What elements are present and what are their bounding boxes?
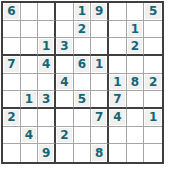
cell-r1c7[interactable] bbox=[109, 3, 127, 21]
cell-r9c3[interactable]: 9 bbox=[38, 144, 56, 162]
cell-r9c9[interactable] bbox=[144, 144, 162, 162]
cell-r9c4[interactable] bbox=[56, 144, 74, 162]
cell-r4c8[interactable] bbox=[127, 56, 145, 74]
cell-r9c7[interactable] bbox=[109, 144, 127, 162]
cell-r3c6[interactable] bbox=[91, 38, 109, 56]
cell-r4c3[interactable]: 4 bbox=[38, 56, 56, 74]
cell-r5c7[interactable]: 1 bbox=[109, 74, 127, 92]
cell-r9c6[interactable]: 8 bbox=[91, 144, 109, 162]
cell-r6c3[interactable]: 3 bbox=[38, 91, 56, 109]
cell-r7c1[interactable]: 2 bbox=[3, 109, 21, 127]
cell-r4c5[interactable]: 6 bbox=[74, 56, 92, 74]
cell-r3c8[interactable]: 2 bbox=[127, 38, 145, 56]
cell-r1c2[interactable] bbox=[21, 3, 39, 21]
cell-r8c3[interactable] bbox=[38, 127, 56, 145]
cell-r4c9[interactable] bbox=[144, 56, 162, 74]
cell-r7c4[interactable] bbox=[56, 109, 74, 127]
cell-r2c1[interactable] bbox=[3, 21, 21, 39]
cell-r1c4[interactable] bbox=[56, 3, 74, 21]
cell-r4c2[interactable] bbox=[21, 56, 39, 74]
cell-r8c2[interactable]: 4 bbox=[21, 127, 39, 145]
cell-r6c8[interactable] bbox=[127, 91, 145, 109]
cell-r6c7[interactable]: 7 bbox=[109, 91, 127, 109]
cell-r1c6[interactable]: 9 bbox=[91, 3, 109, 21]
cell-r4c4[interactable] bbox=[56, 56, 74, 74]
cell-r6c4[interactable] bbox=[56, 91, 74, 109]
cell-r1c3[interactable] bbox=[38, 3, 56, 21]
cell-r1c1[interactable]: 6 bbox=[3, 3, 21, 21]
cell-r2c2[interactable] bbox=[21, 21, 39, 39]
cell-r6c5[interactable]: 5 bbox=[74, 91, 92, 109]
cell-r7c8[interactable] bbox=[127, 109, 145, 127]
cell-r8c1[interactable] bbox=[3, 127, 21, 145]
cell-r5c2[interactable] bbox=[21, 74, 39, 92]
cell-r2c7[interactable] bbox=[109, 21, 127, 39]
cell-r3c5[interactable] bbox=[74, 38, 92, 56]
cell-r5c4[interactable]: 4 bbox=[56, 74, 74, 92]
cell-r4c7[interactable] bbox=[109, 56, 127, 74]
cell-r6c9[interactable] bbox=[144, 91, 162, 109]
cell-r2c3[interactable] bbox=[38, 21, 56, 39]
cell-r7c5[interactable] bbox=[74, 109, 92, 127]
cell-r5c5[interactable] bbox=[74, 74, 92, 92]
cell-r7c2[interactable] bbox=[21, 109, 39, 127]
cell-r2c9[interactable] bbox=[144, 21, 162, 39]
cell-r9c2[interactable] bbox=[21, 144, 39, 162]
cell-r3c4[interactable]: 3 bbox=[56, 38, 74, 56]
cell-r5c9[interactable]: 2 bbox=[144, 74, 162, 92]
cell-r1c9[interactable]: 5 bbox=[144, 3, 162, 21]
cell-r5c3[interactable] bbox=[38, 74, 56, 92]
cell-r8c9[interactable] bbox=[144, 127, 162, 145]
cell-r4c1[interactable]: 7 bbox=[3, 56, 21, 74]
cell-r8c8[interactable] bbox=[127, 127, 145, 145]
cell-r3c7[interactable] bbox=[109, 38, 127, 56]
cell-r7c6[interactable]: 7 bbox=[91, 109, 109, 127]
cell-r7c7[interactable]: 4 bbox=[109, 109, 127, 127]
cell-r5c6[interactable] bbox=[91, 74, 109, 92]
cell-r3c9[interactable] bbox=[144, 38, 162, 56]
cell-r1c5[interactable]: 1 bbox=[74, 3, 92, 21]
cell-r9c5[interactable] bbox=[74, 144, 92, 162]
cell-r6c2[interactable]: 1 bbox=[21, 91, 39, 109]
cell-r2c8[interactable]: 1 bbox=[127, 21, 145, 39]
cell-r8c7[interactable] bbox=[109, 127, 127, 145]
cell-r8c6[interactable] bbox=[91, 127, 109, 145]
cell-r6c6[interactable] bbox=[91, 91, 109, 109]
cell-r7c3[interactable] bbox=[38, 109, 56, 127]
cell-r4c6[interactable]: 1 bbox=[91, 56, 109, 74]
cell-r2c4[interactable] bbox=[56, 21, 74, 39]
cell-r5c1[interactable] bbox=[3, 74, 21, 92]
cell-r2c5[interactable]: 2 bbox=[74, 21, 92, 39]
cell-r9c8[interactable] bbox=[127, 144, 145, 162]
cell-r3c1[interactable] bbox=[3, 38, 21, 56]
cell-r5c8[interactable]: 8 bbox=[127, 74, 145, 92]
cell-r2c6[interactable] bbox=[91, 21, 109, 39]
cell-r3c2[interactable] bbox=[21, 38, 39, 56]
sudoku-board: 61952113274614182135727414298 bbox=[1, 1, 164, 164]
cell-r1c8[interactable] bbox=[127, 3, 145, 21]
cell-r9c1[interactable] bbox=[3, 144, 21, 162]
cell-r3c3[interactable]: 1 bbox=[38, 38, 56, 56]
cell-r8c4[interactable]: 2 bbox=[56, 127, 74, 145]
cell-r7c9[interactable]: 1 bbox=[144, 109, 162, 127]
cell-r6c1[interactable] bbox=[3, 91, 21, 109]
cell-r8c5[interactable] bbox=[74, 127, 92, 145]
